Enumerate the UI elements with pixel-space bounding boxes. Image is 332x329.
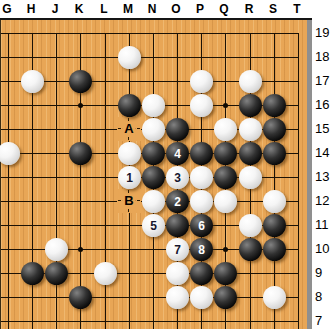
stone-white-M13[interactable]: 1 (118, 166, 141, 189)
stone-black-O14[interactable]: 4 (166, 142, 189, 165)
stone-white-N15[interactable] (142, 118, 165, 141)
stone-white-P17[interactable] (190, 70, 213, 93)
stone-white-R15[interactable] (239, 118, 262, 141)
stone-black-J9[interactable] (45, 262, 68, 285)
column-label-S: S (264, 1, 282, 17)
column-label-J: J (46, 1, 64, 17)
row-label-12: 12 (315, 193, 332, 209)
move-number-1: 1 (126, 171, 133, 185)
column-label-P: P (191, 1, 209, 17)
stone-black-S11[interactable] (263, 214, 286, 237)
stone-black-N13[interactable] (142, 166, 165, 189)
column-label-L: L (95, 1, 113, 17)
stone-white-O13[interactable]: 3 (166, 166, 189, 189)
stone-black-Q14[interactable] (214, 142, 237, 165)
column-label-Q: Q (215, 1, 233, 17)
stone-white-N12[interactable] (142, 190, 165, 213)
point-label-A: A (117, 117, 141, 141)
stone-white-R13[interactable] (239, 166, 262, 189)
grid-line-col-G (8, 33, 9, 329)
row-label-11: 11 (315, 217, 332, 233)
move-number-8: 8 (198, 243, 205, 257)
grid-line-col-S (274, 33, 275, 329)
row-label-18: 18 (315, 49, 332, 65)
stone-black-R10[interactable] (239, 238, 262, 261)
grid-line-col-T (298, 33, 299, 329)
row-label-8: 8 (315, 289, 332, 305)
star-point-K10 (78, 247, 83, 252)
move-number-3: 3 (174, 171, 181, 185)
row-label-14: 14 (315, 145, 332, 161)
column-label-K: K (70, 1, 88, 17)
stone-white-J10[interactable] (45, 238, 68, 261)
move-number-2: 2 (174, 195, 181, 209)
row-label-19: 19 (315, 25, 332, 41)
stone-white-S12[interactable] (263, 190, 286, 213)
stone-black-P9[interactable] (190, 262, 213, 285)
row-label-10: 10 (315, 241, 332, 257)
column-label-M: M (119, 1, 137, 17)
stone-white-N16[interactable] (142, 94, 165, 117)
row-label-17: 17 (315, 73, 332, 89)
stone-black-N14[interactable] (142, 142, 165, 165)
stone-white-P12[interactable] (190, 190, 213, 213)
stone-black-P14[interactable] (190, 142, 213, 165)
grid-line-row-7 (1, 321, 299, 322)
stone-white-M18[interactable] (118, 46, 141, 69)
column-label-T: T (288, 1, 306, 17)
stone-black-M16[interactable] (118, 94, 141, 117)
stone-white-L9[interactable] (94, 262, 117, 285)
star-point-Q16 (223, 103, 228, 108)
stone-black-P10[interactable]: 8 (190, 238, 213, 261)
column-label-G: G (0, 1, 16, 17)
stone-black-S10[interactable] (263, 238, 286, 261)
grid-line-row-8 (1, 297, 299, 298)
stone-white-P13[interactable] (190, 166, 213, 189)
move-number-7: 7 (174, 243, 181, 257)
row-label-7: 7 (315, 313, 332, 329)
column-label-N: N (143, 1, 161, 17)
stone-white-G14[interactable] (0, 142, 20, 165)
move-number-6: 6 (198, 219, 205, 233)
stone-white-Q15[interactable] (214, 118, 237, 141)
go-diagram: GHJKLMNOPQRST AB41325678 191817161514131… (0, 0, 332, 329)
stone-black-R14[interactable] (239, 142, 262, 165)
row-label-bar: 19181716151413121110987 (312, 20, 332, 329)
stone-white-R11[interactable] (239, 214, 262, 237)
stone-black-Q13[interactable] (214, 166, 237, 189)
stone-black-Q8[interactable] (214, 286, 237, 309)
stone-white-N11[interactable]: 5 (142, 214, 165, 237)
stone-white-O8[interactable] (166, 286, 189, 309)
move-number-4: 4 (174, 147, 181, 161)
stone-white-S8[interactable] (263, 286, 286, 309)
stone-black-Q9[interactable] (214, 262, 237, 285)
point-label-B: B (117, 189, 141, 213)
star-point-K16 (78, 103, 83, 108)
row-label-16: 16 (315, 97, 332, 113)
stone-black-S16[interactable] (263, 94, 286, 117)
stone-black-S14[interactable] (263, 142, 286, 165)
stone-white-Q12[interactable] (214, 190, 237, 213)
stone-white-H17[interactable] (21, 70, 44, 93)
row-label-9: 9 (315, 265, 332, 281)
stone-white-O10[interactable]: 7 (166, 238, 189, 261)
stone-white-P16[interactable] (190, 94, 213, 117)
stone-white-R17[interactable] (239, 70, 262, 93)
column-label-bar: GHJKLMNOPQRST (0, 0, 332, 18)
stone-black-O15[interactable] (166, 118, 189, 141)
stone-black-K14[interactable] (69, 142, 92, 165)
row-label-15: 15 (315, 121, 332, 137)
star-point-Q10 (223, 247, 228, 252)
grid-line-row-18 (1, 57, 299, 58)
grid-line-row-19 (1, 33, 299, 34)
column-label-R: R (240, 1, 258, 17)
move-number-5: 5 (150, 219, 157, 233)
stone-white-O9[interactable] (166, 262, 189, 285)
stone-black-K8[interactable] (69, 286, 92, 309)
stone-black-P11[interactable]: 6 (190, 214, 213, 237)
stone-white-M14[interactable] (118, 142, 141, 165)
column-label-H: H (22, 1, 40, 17)
stone-black-K17[interactable] (69, 70, 92, 93)
stone-black-O12[interactable]: 2 (166, 190, 189, 213)
stone-white-P8[interactable] (190, 286, 213, 309)
stone-black-S15[interactable] (263, 118, 286, 141)
row-label-13: 13 (315, 169, 332, 185)
stone-black-H9[interactable] (21, 262, 44, 285)
go-board[interactable]: AB41325678 (0, 20, 307, 329)
stone-black-R16[interactable] (239, 94, 262, 117)
column-label-O: O (167, 1, 185, 17)
stone-black-O11[interactable] (166, 214, 189, 237)
